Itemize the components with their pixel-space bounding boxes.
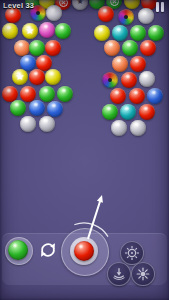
pause-button[interactable] <box>154 2 166 12</box>
shine-icon <box>49 42 55 47</box>
bubble <box>147 88 163 104</box>
shine-icon <box>143 106 149 111</box>
shine-icon <box>43 88 49 93</box>
next-bubble[interactable] <box>8 240 28 260</box>
bubble <box>139 104 155 120</box>
bubble <box>121 72 137 88</box>
shine-icon <box>151 90 157 95</box>
pause-icon <box>156 2 159 12</box>
crosshair-icon <box>124 245 140 261</box>
bubble <box>111 120 127 136</box>
shine-icon <box>61 88 67 93</box>
shine-icon <box>24 118 30 123</box>
shine-icon <box>126 42 132 47</box>
bubble <box>39 116 55 132</box>
bubble <box>29 40 45 56</box>
shine-icon <box>114 90 120 95</box>
bubble-overlay: ★ <box>22 23 38 39</box>
bubble <box>110 88 126 104</box>
bubble <box>29 69 45 85</box>
bubble <box>148 25 164 41</box>
bubble <box>130 25 146 41</box>
shine-icon <box>12 243 18 248</box>
shine-icon <box>116 27 122 32</box>
powerup-bomb-button[interactable] <box>131 262 155 286</box>
bubble <box>130 120 146 136</box>
shine-icon <box>116 58 122 63</box>
bubble <box>129 88 145 104</box>
shine-icon <box>40 57 46 62</box>
bubble <box>10 100 26 116</box>
pause-icon <box>161 2 164 12</box>
shine-icon <box>125 74 131 79</box>
shine-icon <box>6 88 12 93</box>
shine-icon <box>33 71 39 76</box>
landing-icon <box>111 266 127 282</box>
shine-icon <box>108 42 114 47</box>
shine-icon <box>24 88 30 93</box>
bubble <box>55 23 71 39</box>
star-icon: ★ <box>16 72 25 82</box>
bubble <box>120 104 136 120</box>
bubble: ★ <box>12 69 28 85</box>
bubble <box>102 72 118 88</box>
shine-icon <box>134 58 140 63</box>
shine-icon <box>106 106 112 111</box>
shine-icon <box>134 122 140 127</box>
level-label: Level 33 <box>3 1 34 10</box>
shine-icon <box>143 73 149 78</box>
shine-icon <box>124 106 130 111</box>
bubble <box>102 104 118 120</box>
bubble <box>104 40 120 56</box>
powerup-landing-button[interactable] <box>107 262 131 286</box>
bubble: ★ <box>22 23 38 39</box>
shine-icon <box>133 90 139 95</box>
shine-icon <box>43 118 49 123</box>
bubble <box>140 40 156 56</box>
bubble <box>14 40 30 56</box>
bubble <box>45 69 61 85</box>
bubble <box>122 40 138 56</box>
joker-center-icon <box>108 78 112 82</box>
bubble <box>39 86 55 102</box>
bubble <box>29 100 45 116</box>
bubble <box>130 56 146 72</box>
shine-icon <box>98 27 104 32</box>
shine-icon <box>43 24 49 29</box>
shine-icon <box>6 25 12 30</box>
shine-icon <box>134 27 140 32</box>
shine-icon <box>78 244 84 249</box>
shine-icon <box>14 102 20 107</box>
bubble <box>94 25 110 41</box>
bubble-overlay: ★ <box>12 69 28 85</box>
bubble <box>139 71 155 87</box>
shine-icon <box>33 42 39 47</box>
bubble <box>47 101 63 117</box>
shine-icon <box>152 27 158 32</box>
joker-center-icon <box>124 15 128 19</box>
loaded-bubble[interactable] <box>74 241 94 261</box>
shine-icon <box>49 71 55 76</box>
star-icon: ★ <box>26 26 35 36</box>
bubble <box>39 22 55 38</box>
bomb-icon <box>135 266 151 282</box>
game-screen: ★★★ <box>0 0 169 300</box>
shine-icon <box>24 57 30 62</box>
shine-icon <box>18 42 24 47</box>
shine-icon <box>59 25 65 30</box>
bubble <box>20 116 36 132</box>
swap-icon[interactable] <box>38 240 58 260</box>
bubble <box>112 25 128 41</box>
bubble <box>2 23 18 39</box>
shine-icon <box>51 103 57 108</box>
shine-icon <box>33 102 39 107</box>
bubble <box>57 86 73 102</box>
bubble <box>45 40 61 56</box>
bubble <box>112 56 128 72</box>
top-bar: Level 33 <box>0 0 169 13</box>
shine-icon <box>144 42 150 47</box>
shine-icon <box>115 122 121 127</box>
